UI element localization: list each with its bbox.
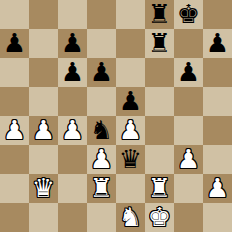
square-h2[interactable]: ♟ (203, 174, 232, 203)
square-c4[interactable]: ♟ (58, 116, 87, 145)
white-pawn: ♟ (3, 116, 26, 145)
black-rook: ♜ (148, 29, 171, 58)
white-pawn: ♟ (61, 116, 84, 145)
square-b4[interactable]: ♟ (29, 116, 58, 145)
square-e1[interactable]: ♞ (116, 203, 145, 232)
black-pawn: ♟ (61, 58, 84, 87)
square-f2[interactable]: ♜ (145, 174, 174, 203)
black-rook: ♜ (148, 0, 171, 29)
square-b5[interactable] (29, 87, 58, 116)
square-e3[interactable]: ♛ (116, 145, 145, 174)
square-h8[interactable] (203, 0, 232, 29)
square-f7[interactable]: ♜ (145, 29, 174, 58)
square-g1[interactable] (174, 203, 203, 232)
square-d5[interactable] (87, 87, 116, 116)
square-b6[interactable] (29, 58, 58, 87)
black-pawn: ♟ (206, 29, 229, 58)
square-c6[interactable]: ♟ (58, 58, 87, 87)
square-f4[interactable] (145, 116, 174, 145)
square-d4[interactable]: ♞ (87, 116, 116, 145)
square-a5[interactable] (0, 87, 29, 116)
square-h1[interactable] (203, 203, 232, 232)
square-a3[interactable] (0, 145, 29, 174)
black-pawn: ♟ (3, 29, 26, 58)
square-a4[interactable]: ♟ (0, 116, 29, 145)
square-h4[interactable] (203, 116, 232, 145)
black-pawn: ♟ (61, 29, 84, 58)
square-g5[interactable] (174, 87, 203, 116)
square-c3[interactable] (58, 145, 87, 174)
black-pawn: ♟ (119, 87, 142, 116)
square-f6[interactable] (145, 58, 174, 87)
white-pawn: ♟ (206, 174, 229, 203)
black-pawn: ♟ (90, 58, 113, 87)
square-b2[interactable]: ♛ (29, 174, 58, 203)
square-g2[interactable] (174, 174, 203, 203)
square-d7[interactable] (87, 29, 116, 58)
white-pawn: ♟ (119, 116, 142, 145)
square-f5[interactable] (145, 87, 174, 116)
square-h7[interactable]: ♟ (203, 29, 232, 58)
square-d1[interactable] (87, 203, 116, 232)
square-c7[interactable]: ♟ (58, 29, 87, 58)
square-h5[interactable] (203, 87, 232, 116)
white-king: ♚ (148, 203, 171, 232)
square-a7[interactable]: ♟ (0, 29, 29, 58)
square-g4[interactable] (174, 116, 203, 145)
chess-board: ♜♚♟♟♜♟♟♟♟♟♟♟♟♞♟♟♛♟♛♜♜♟♞♚ (0, 0, 232, 232)
square-g7[interactable] (174, 29, 203, 58)
square-f3[interactable] (145, 145, 174, 174)
square-d2[interactable]: ♜ (87, 174, 116, 203)
white-pawn: ♟ (177, 145, 200, 174)
square-e8[interactable] (116, 0, 145, 29)
square-e7[interactable] (116, 29, 145, 58)
black-queen: ♛ (119, 145, 142, 174)
square-g8[interactable]: ♚ (174, 0, 203, 29)
square-e4[interactable]: ♟ (116, 116, 145, 145)
square-e5[interactable]: ♟ (116, 87, 145, 116)
black-pawn: ♟ (177, 58, 200, 87)
square-e6[interactable] (116, 58, 145, 87)
square-d3[interactable]: ♟ (87, 145, 116, 174)
square-e2[interactable] (116, 174, 145, 203)
white-rook: ♜ (90, 174, 113, 203)
square-b7[interactable] (29, 29, 58, 58)
black-knight: ♞ (90, 116, 113, 145)
square-d6[interactable]: ♟ (87, 58, 116, 87)
white-pawn: ♟ (32, 116, 55, 145)
square-a6[interactable] (0, 58, 29, 87)
square-b8[interactable] (29, 0, 58, 29)
square-h6[interactable] (203, 58, 232, 87)
white-knight: ♞ (119, 203, 142, 232)
square-h3[interactable] (203, 145, 232, 174)
square-f1[interactable]: ♚ (145, 203, 174, 232)
square-c8[interactable] (58, 0, 87, 29)
square-f8[interactable]: ♜ (145, 0, 174, 29)
white-pawn: ♟ (90, 145, 113, 174)
square-a8[interactable] (0, 0, 29, 29)
square-a2[interactable] (0, 174, 29, 203)
square-c1[interactable] (58, 203, 87, 232)
square-g6[interactable]: ♟ (174, 58, 203, 87)
white-queen: ♛ (32, 174, 55, 203)
square-c5[interactable] (58, 87, 87, 116)
black-king: ♚ (177, 0, 200, 29)
square-b1[interactable] (29, 203, 58, 232)
white-rook: ♜ (148, 174, 171, 203)
square-d8[interactable] (87, 0, 116, 29)
square-g3[interactable]: ♟ (174, 145, 203, 174)
square-c2[interactable] (58, 174, 87, 203)
square-b3[interactable] (29, 145, 58, 174)
square-a1[interactable] (0, 203, 29, 232)
